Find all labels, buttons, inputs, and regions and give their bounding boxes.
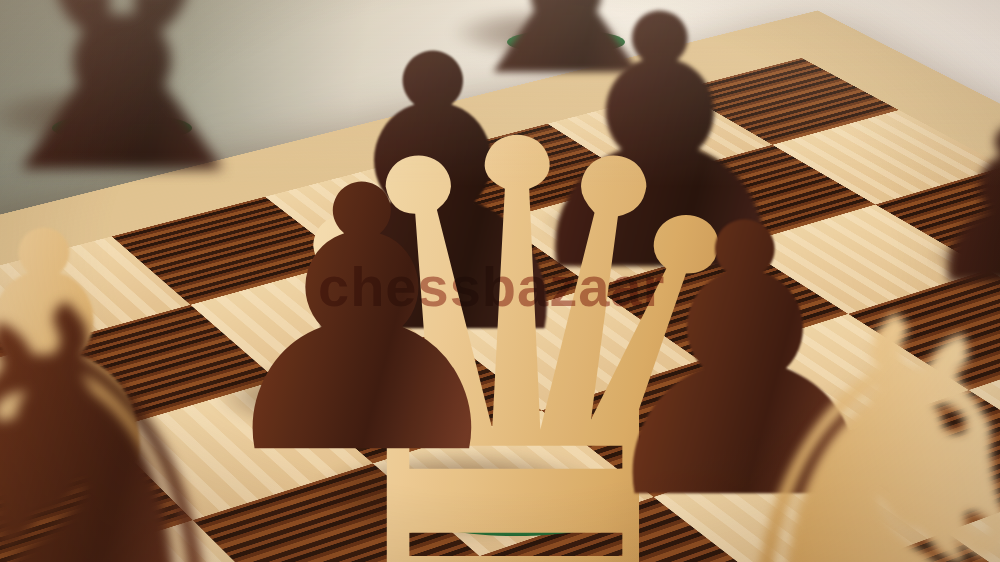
knight-glyph: ♞ <box>676 260 1000 562</box>
watermark-text: chessbazaar <box>318 254 665 319</box>
chess-product-photo: ♝♝♟♟♟♛♟♟♟♞♞ chessbazaar <box>0 0 1000 562</box>
white-knight-foreground: ♞ <box>676 260 1000 562</box>
black-knight-foreground: ♞ <box>0 249 282 562</box>
knight-glyph: ♞ <box>0 249 282 562</box>
